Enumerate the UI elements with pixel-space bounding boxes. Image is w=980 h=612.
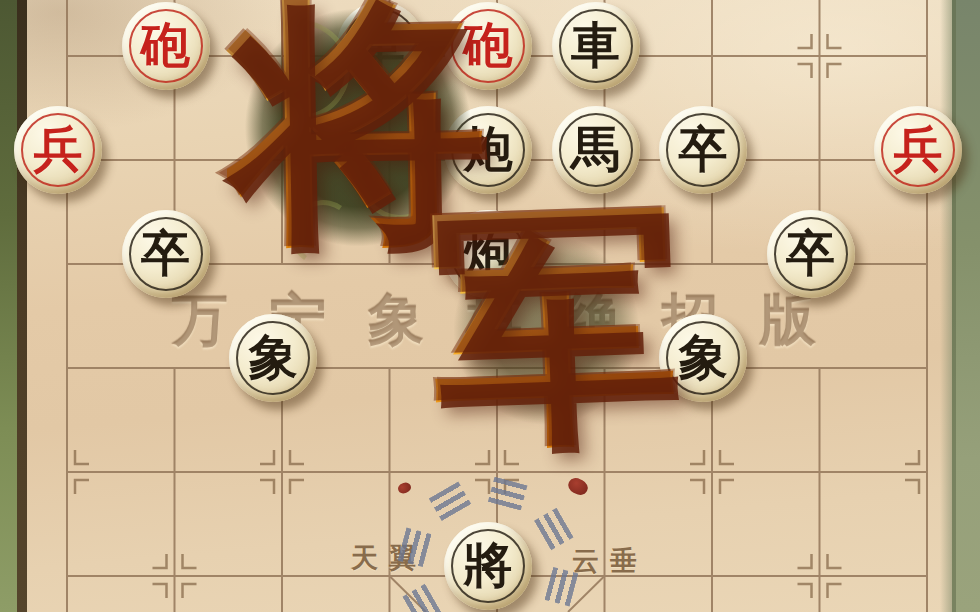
river-watermark-char: 象 (368, 291, 424, 347)
palace-motto-right: 云垂 (572, 547, 648, 574)
river-watermark-char: 万 (172, 291, 228, 347)
piece-glyph: 炮 (464, 125, 513, 174)
piece-red-soldier[interactable]: 兵 (14, 106, 102, 194)
xiangqi-game-screenshot: 万宁象棋绝招版 天翼 云垂 砲車砲車兵炮馬卒兵卒炮卒象象將 将 军 (0, 0, 980, 612)
piece-glyph: 將 (464, 541, 513, 590)
piece-glyph: 象 (249, 333, 298, 382)
piece-black-elephant[interactable]: 象 (659, 314, 747, 402)
piece-glyph: 炮 (464, 229, 513, 278)
river-watermark-char: 版 (760, 291, 816, 347)
river-watermark-char: 棋 (466, 291, 522, 347)
piece-black-cannon[interactable]: 炮 (444, 106, 532, 194)
piece-glyph: 砲 (464, 21, 513, 70)
piece-black-soldier[interactable]: 卒 (767, 210, 855, 298)
piece-black-soldier[interactable]: 卒 (122, 210, 210, 298)
piece-glyph: 卒 (141, 229, 190, 278)
river-watermark-char: 绝 (564, 291, 620, 347)
piece-red-cannon[interactable]: 砲 (122, 2, 210, 90)
piece-black-cannon[interactable]: 炮 (444, 210, 532, 298)
piece-black-horse[interactable]: 馬 (552, 106, 640, 194)
piece-black-elephant[interactable]: 象 (229, 314, 317, 402)
piece-glyph: 兵 (894, 125, 943, 174)
piece-glyph: 馬 (571, 125, 620, 174)
piece-black-soldier[interactable]: 卒 (659, 106, 747, 194)
piece-glyph: 卒 (786, 229, 835, 278)
piece-glyph: 車 (571, 21, 620, 70)
piece-glyph: 卒 (679, 125, 728, 174)
piece-red-cannon[interactable]: 砲 (444, 2, 532, 90)
piece-glyph: 象 (679, 333, 728, 382)
piece-black-chariot[interactable]: 車 (552, 2, 640, 90)
piece-black-chariot[interactable]: 車 (337, 2, 425, 90)
piece-red-soldier[interactable]: 兵 (874, 106, 962, 194)
piece-glyph: 砲 (141, 21, 190, 70)
piece-black-general[interactable]: 將 (444, 522, 532, 610)
piece-glyph: 車 (356, 21, 405, 70)
piece-glyph: 兵 (34, 125, 83, 174)
